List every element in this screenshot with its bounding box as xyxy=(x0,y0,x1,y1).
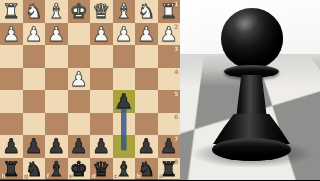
square-a6[interactable]: 6 xyxy=(158,113,181,136)
square-d1[interactable]: ♛ xyxy=(90,0,113,23)
square-d4[interactable] xyxy=(90,68,113,91)
white-pawn-c2[interactable]: ♟ xyxy=(115,23,133,46)
pawn-base-ring xyxy=(212,138,291,161)
square-d5[interactable] xyxy=(90,90,113,113)
black-pawn-e7[interactable]: ♟ xyxy=(70,135,88,158)
rank-label-4: 4 xyxy=(174,69,178,75)
square-h2[interactable]: ♟ xyxy=(0,23,23,46)
white-rook-h1[interactable]: ♜ xyxy=(2,0,20,23)
square-h6[interactable] xyxy=(0,113,23,136)
square-g6[interactable] xyxy=(23,113,46,136)
square-f7[interactable]: ♟ xyxy=(45,135,68,158)
square-f3[interactable] xyxy=(45,45,68,68)
square-a2[interactable]: ♟2 xyxy=(158,23,181,46)
square-d7[interactable]: ♟ xyxy=(90,135,113,158)
white-bishop-c1[interactable]: ♝ xyxy=(115,0,133,23)
white-queen-d1[interactable]: ♛ xyxy=(92,0,110,23)
black-bishop-f8[interactable]: ♝ xyxy=(47,158,65,181)
square-a5[interactable]: 5 xyxy=(158,90,181,113)
white-pawn-b2[interactable]: ♟ xyxy=(137,23,155,46)
white-pawn-g2[interactable]: ♟ xyxy=(25,23,43,46)
square-c7[interactable] xyxy=(113,135,136,158)
black-pawn-b7[interactable]: ♟ xyxy=(137,135,155,158)
hero-panel xyxy=(180,0,320,180)
square-e5[interactable] xyxy=(68,90,91,113)
square-d6[interactable] xyxy=(90,113,113,136)
square-h1[interactable]: ♜ xyxy=(0,0,23,23)
square-c1[interactable]: ♝ xyxy=(113,0,136,23)
rank-label-8: 8 xyxy=(174,159,178,165)
square-g2[interactable]: ♟ xyxy=(23,23,46,46)
square-f2[interactable]: ♟ xyxy=(45,23,68,46)
rank-label-1: 1 xyxy=(174,1,178,7)
square-g4[interactable] xyxy=(23,68,46,91)
square-b4[interactable] xyxy=(135,68,158,91)
chess-board[interactable]: ♜♞♝♚♛♝♞♜1♟♟♟♟♟♟♟23♟4♟56♟♟♟♟♟♟♟7♜h♞g♝f♚e♛… xyxy=(0,0,180,180)
black-pawn-f7[interactable]: ♟ xyxy=(47,135,65,158)
square-f5[interactable] xyxy=(45,90,68,113)
square-a4[interactable]: 4 xyxy=(158,68,181,91)
square-a7[interactable]: ♟7 xyxy=(158,135,181,158)
square-g8[interactable]: ♞g xyxy=(23,158,46,181)
square-g5[interactable] xyxy=(23,90,46,113)
rank-label-7: 7 xyxy=(174,136,178,142)
square-e3[interactable] xyxy=(68,45,91,68)
white-knight-b1[interactable]: ♞ xyxy=(137,0,155,23)
square-b3[interactable] xyxy=(135,45,158,68)
square-c8[interactable]: ♝c xyxy=(113,158,136,181)
square-c2[interactable]: ♟ xyxy=(113,23,136,46)
board-bottom-edge xyxy=(0,179,180,181)
square-a3[interactable]: 3 xyxy=(158,45,181,68)
square-b7[interactable]: ♟ xyxy=(135,135,158,158)
square-a8[interactable]: ♜8a xyxy=(158,158,181,181)
square-f1[interactable]: ♝ xyxy=(45,0,68,23)
square-c5[interactable]: ♟ xyxy=(113,90,136,113)
rank-label-5: 5 xyxy=(174,91,178,97)
rank-label-2: 2 xyxy=(174,24,178,30)
rank-label-3: 3 xyxy=(174,46,178,52)
square-e1[interactable]: ♚ xyxy=(68,0,91,23)
square-d3[interactable] xyxy=(90,45,113,68)
square-c3[interactable] xyxy=(113,45,136,68)
video-frame: ♜♞♝♚♛♝♞♜1♟♟♟♟♟♟♟23♟4♟56♟♟♟♟♟♟♟7♜h♞g♝f♚e♛… xyxy=(0,0,320,180)
square-c4[interactable] xyxy=(113,68,136,91)
square-g1[interactable]: ♞ xyxy=(23,0,46,23)
white-pawn-d2[interactable]: ♟ xyxy=(92,23,110,46)
square-g3[interactable] xyxy=(23,45,46,68)
square-b1[interactable]: ♞ xyxy=(135,0,158,23)
square-h5[interactable] xyxy=(0,90,23,113)
pawn-head-sphere xyxy=(221,8,283,69)
white-pawn-f2[interactable]: ♟ xyxy=(47,23,65,46)
white-king-e1[interactable]: ♚ xyxy=(70,0,88,23)
black-pawn-g7[interactable]: ♟ xyxy=(25,135,43,158)
white-bishop-f1[interactable]: ♝ xyxy=(47,0,65,23)
square-b5[interactable] xyxy=(135,90,158,113)
square-a1[interactable]: ♜1 xyxy=(158,0,181,23)
square-e8[interactable]: ♚e xyxy=(68,158,91,181)
square-g7[interactable]: ♟ xyxy=(23,135,46,158)
square-h8[interactable]: ♜h xyxy=(0,158,23,181)
square-b8[interactable]: ♞b xyxy=(135,158,158,181)
square-e4[interactable]: ♟ xyxy=(68,68,91,91)
square-h3[interactable] xyxy=(0,45,23,68)
black-pawn-d7[interactable]: ♟ xyxy=(92,135,110,158)
white-pawn-h2[interactable]: ♟ xyxy=(2,23,20,46)
square-d8[interactable]: ♛d xyxy=(90,158,113,181)
black-pawn-c5[interactable]: ♟ xyxy=(115,90,133,113)
square-f8[interactable]: ♝f xyxy=(45,158,68,181)
square-f4[interactable] xyxy=(45,68,68,91)
square-c6[interactable] xyxy=(113,113,136,136)
square-e7[interactable]: ♟ xyxy=(68,135,91,158)
square-h4[interactable] xyxy=(0,68,23,91)
square-e6[interactable] xyxy=(68,113,91,136)
white-knight-g1[interactable]: ♞ xyxy=(25,0,43,23)
rank-label-6: 6 xyxy=(174,114,178,120)
square-b6[interactable] xyxy=(135,113,158,136)
square-f6[interactable] xyxy=(45,113,68,136)
square-h7[interactable]: ♟ xyxy=(0,135,23,158)
square-d2[interactable]: ♟ xyxy=(90,23,113,46)
black-pawn-h7[interactable]: ♟ xyxy=(2,135,20,158)
square-b2[interactable]: ♟ xyxy=(135,23,158,46)
white-pawn-e4[interactable]: ♟ xyxy=(70,68,88,91)
square-e2[interactable] xyxy=(68,23,91,46)
